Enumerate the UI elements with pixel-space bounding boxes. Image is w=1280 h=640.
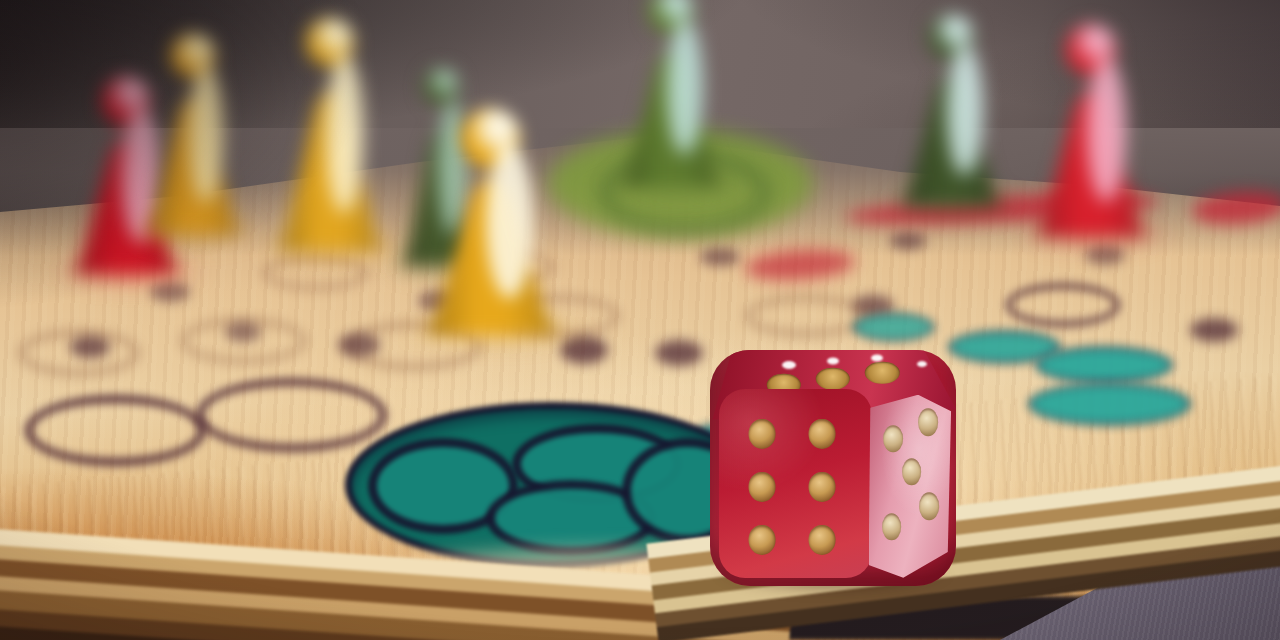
pawn-highlight bbox=[947, 45, 983, 176]
pawn-green bbox=[621, 0, 721, 186]
die-specular-glint bbox=[782, 361, 796, 369]
pawn-highlight bbox=[667, 20, 703, 155]
pawn-highlight bbox=[326, 55, 363, 213]
pawn-highlight bbox=[486, 144, 533, 298]
die-pip-right bbox=[882, 513, 902, 540]
pawn-yellow bbox=[278, 18, 382, 250]
die-pip-front bbox=[748, 419, 775, 449]
ludo-board-photo bbox=[0, 0, 1280, 640]
red-die bbox=[710, 350, 956, 586]
pawn-yellow bbox=[146, 34, 240, 234]
die-pip-front bbox=[808, 525, 835, 555]
die-specular-glint bbox=[871, 354, 883, 361]
die-right-face-five bbox=[869, 395, 951, 578]
pawn-yellow bbox=[426, 108, 556, 334]
pawn-green bbox=[901, 14, 1001, 206]
die-body bbox=[710, 350, 956, 586]
die-pip-front bbox=[808, 419, 835, 449]
die-pip-front bbox=[808, 472, 835, 502]
pawn-highlight bbox=[1087, 58, 1127, 202]
die-front-face-six bbox=[719, 389, 873, 578]
die-specular-glint bbox=[827, 357, 839, 364]
die-specular-glint bbox=[917, 361, 927, 367]
die-pip-top bbox=[865, 361, 899, 384]
die-pip-top bbox=[816, 367, 850, 390]
pawn-highlight bbox=[189, 66, 223, 202]
die-pip-right bbox=[919, 493, 939, 520]
die-pip-right bbox=[883, 425, 903, 452]
die-pip-right bbox=[902, 458, 922, 485]
die-pip-right bbox=[918, 409, 938, 436]
pawn-red bbox=[1036, 24, 1146, 236]
die-pip-front bbox=[748, 525, 775, 555]
die-pip-front bbox=[748, 472, 775, 502]
